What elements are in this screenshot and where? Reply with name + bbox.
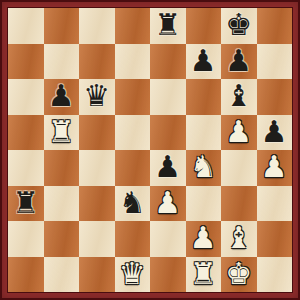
black-rook-e8[interactable]: ♜ bbox=[154, 8, 181, 42]
square-c2[interactable] bbox=[79, 221, 115, 257]
square-h5[interactable]: ♟ bbox=[257, 115, 293, 151]
square-g4[interactable] bbox=[221, 150, 257, 186]
square-g5[interactable]: ♟ bbox=[221, 115, 257, 151]
square-a7[interactable] bbox=[8, 44, 44, 80]
square-b7[interactable] bbox=[44, 44, 80, 80]
black-queen-c6[interactable]: ♛ bbox=[83, 79, 110, 113]
square-h7[interactable] bbox=[257, 44, 293, 80]
square-g3[interactable] bbox=[221, 186, 257, 222]
square-c4[interactable] bbox=[79, 150, 115, 186]
square-b5[interactable]: ♜ bbox=[44, 115, 80, 151]
white-pawn-f2[interactable]: ♟ bbox=[190, 221, 217, 255]
square-c8[interactable] bbox=[79, 8, 115, 44]
square-b2[interactable] bbox=[44, 221, 80, 257]
square-g8[interactable]: ♚ bbox=[221, 8, 257, 44]
square-g6[interactable]: ♝ bbox=[221, 79, 257, 115]
black-pawn-f7[interactable]: ♟ bbox=[190, 44, 217, 78]
square-g7[interactable]: ♟ bbox=[221, 44, 257, 80]
square-h8[interactable] bbox=[257, 8, 293, 44]
white-knight-f4[interactable]: ♞ bbox=[190, 150, 217, 184]
square-b1[interactable] bbox=[44, 257, 80, 293]
black-pawn-e4[interactable]: ♟ bbox=[154, 150, 181, 184]
square-g1[interactable]: ♚ bbox=[221, 257, 257, 293]
square-f7[interactable]: ♟ bbox=[186, 44, 222, 80]
square-c5[interactable] bbox=[79, 115, 115, 151]
black-pawn-b6[interactable]: ♟ bbox=[48, 79, 75, 113]
white-rook-f1[interactable]: ♜ bbox=[190, 257, 217, 291]
black-pawn-h5[interactable]: ♟ bbox=[261, 115, 288, 149]
white-king-g1[interactable]: ♚ bbox=[225, 257, 252, 291]
square-h1[interactable] bbox=[257, 257, 293, 293]
square-b6[interactable]: ♟ bbox=[44, 79, 80, 115]
square-d5[interactable] bbox=[115, 115, 151, 151]
square-a6[interactable] bbox=[8, 79, 44, 115]
square-d3[interactable]: ♞ bbox=[115, 186, 151, 222]
square-a1[interactable] bbox=[8, 257, 44, 293]
square-f8[interactable] bbox=[186, 8, 222, 44]
black-rook-a3[interactable]: ♜ bbox=[12, 186, 39, 220]
square-g2[interactable]: ♝ bbox=[221, 221, 257, 257]
square-e7[interactable] bbox=[150, 44, 186, 80]
square-h2[interactable] bbox=[257, 221, 293, 257]
square-a4[interactable] bbox=[8, 150, 44, 186]
square-e8[interactable]: ♜ bbox=[150, 8, 186, 44]
square-f4[interactable]: ♞ bbox=[186, 150, 222, 186]
white-pawn-e3[interactable]: ♟ bbox=[154, 186, 181, 220]
white-pawn-g5[interactable]: ♟ bbox=[225, 115, 252, 149]
square-f3[interactable] bbox=[186, 186, 222, 222]
square-e4[interactable]: ♟ bbox=[150, 150, 186, 186]
square-h4[interactable]: ♟ bbox=[257, 150, 293, 186]
chess-board: ♜♚♟♟♟♛♝♜♟♟♟♞♟♜♞♟♟♝♛♜♚ bbox=[8, 8, 292, 292]
square-b8[interactable] bbox=[44, 8, 80, 44]
square-b3[interactable] bbox=[44, 186, 80, 222]
square-f1[interactable]: ♜ bbox=[186, 257, 222, 293]
square-d7[interactable] bbox=[115, 44, 151, 80]
square-d6[interactable] bbox=[115, 79, 151, 115]
square-b4[interactable] bbox=[44, 150, 80, 186]
square-a3[interactable]: ♜ bbox=[8, 186, 44, 222]
square-d2[interactable] bbox=[115, 221, 151, 257]
square-c3[interactable] bbox=[79, 186, 115, 222]
white-pawn-h4[interactable]: ♟ bbox=[261, 150, 288, 184]
black-pawn-g7[interactable]: ♟ bbox=[225, 44, 252, 78]
black-king-g8[interactable]: ♚ bbox=[225, 8, 252, 42]
square-h6[interactable] bbox=[257, 79, 293, 115]
black-knight-d3[interactable]: ♞ bbox=[119, 186, 146, 220]
square-e6[interactable] bbox=[150, 79, 186, 115]
square-d8[interactable] bbox=[115, 8, 151, 44]
square-a8[interactable] bbox=[8, 8, 44, 44]
white-queen-d1[interactable]: ♛ bbox=[119, 257, 146, 291]
square-d4[interactable] bbox=[115, 150, 151, 186]
square-c7[interactable] bbox=[79, 44, 115, 80]
square-f5[interactable] bbox=[186, 115, 222, 151]
white-rook-b5[interactable]: ♜ bbox=[48, 115, 75, 149]
black-bishop-g6[interactable]: ♝ bbox=[225, 79, 252, 113]
board-frame: ♜♚♟♟♟♛♝♜♟♟♟♞♟♜♞♟♟♝♛♜♚ bbox=[0, 0, 300, 300]
white-bishop-g2[interactable]: ♝ bbox=[225, 221, 252, 255]
square-f6[interactable] bbox=[186, 79, 222, 115]
square-f2[interactable]: ♟ bbox=[186, 221, 222, 257]
square-e2[interactable] bbox=[150, 221, 186, 257]
square-e3[interactable]: ♟ bbox=[150, 186, 186, 222]
square-c6[interactable]: ♛ bbox=[79, 79, 115, 115]
square-c1[interactable] bbox=[79, 257, 115, 293]
square-h3[interactable] bbox=[257, 186, 293, 222]
square-e1[interactable] bbox=[150, 257, 186, 293]
square-a2[interactable] bbox=[8, 221, 44, 257]
square-d1[interactable]: ♛ bbox=[115, 257, 151, 293]
square-e5[interactable] bbox=[150, 115, 186, 151]
square-a5[interactable] bbox=[8, 115, 44, 151]
